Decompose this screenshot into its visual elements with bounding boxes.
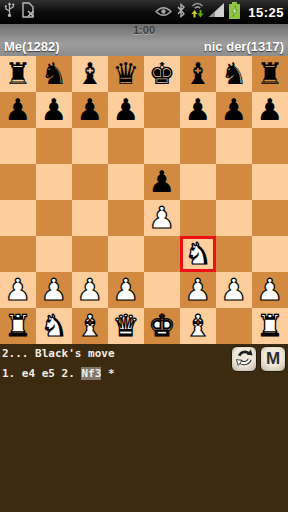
square-b3[interactable] [36,236,72,272]
black-piece-p-a7: ♟ [5,92,32,128]
white-piece-n-f3: ♞ [185,236,212,272]
square-f7[interactable]: ♟ [180,92,216,128]
white-piece-r-a1: ♜ [5,308,32,344]
black-piece-p-c7: ♟ [77,92,104,128]
android-status-bar: 15:25 [0,0,288,24]
bottom-panel: 2... Black's move M 1. e4 e5 2. Nf3 * [0,344,288,512]
black-piece-k-e8: ♚ [149,56,176,92]
game-clock: 1:00 [0,24,288,36]
square-c6[interactable] [72,128,108,164]
white-piece-p-b2: ♟ [41,272,68,308]
white-piece-k-e1: ♚ [149,308,176,344]
square-f4[interactable] [180,200,216,236]
square-h2[interactable]: ♟ [252,272,288,308]
move-text[interactable]: 1. e4 e5 2. [2,367,81,380]
white-piece-p-e4: ♟ [149,200,176,236]
square-d3[interactable] [108,236,144,272]
square-e3[interactable] [144,236,180,272]
square-a4[interactable] [0,200,36,236]
square-b8[interactable]: ♞ [36,56,72,92]
square-d7[interactable]: ♟ [108,92,144,128]
black-piece-p-f7: ♟ [185,92,212,128]
battery-charging-icon [228,2,241,23]
black-piece-p-h7: ♟ [257,92,284,128]
square-d2[interactable]: ♟ [108,272,144,308]
square-a7[interactable]: ♟ [0,92,36,128]
white-piece-p-f2: ♟ [185,272,212,308]
square-h6[interactable] [252,128,288,164]
white-piece-p-h2: ♟ [257,272,284,308]
square-e6[interactable] [144,128,180,164]
moves-button[interactable]: M [260,346,286,372]
square-c2[interactable]: ♟ [72,272,108,308]
square-g7[interactable]: ♟ [216,92,252,128]
black-piece-n-g8: ♞ [221,56,248,92]
white-piece-r-h1: ♜ [257,308,284,344]
black-piece-r-a8: ♜ [5,56,32,92]
black-piece-n-b8: ♞ [41,56,68,92]
square-a5[interactable] [0,164,36,200]
rotate-button[interactable] [231,346,257,372]
square-g2[interactable]: ♟ [216,272,252,308]
black-piece-b-f8: ♝ [185,56,212,92]
square-h1[interactable]: ♜ [252,308,288,344]
square-a2[interactable]: ♟ [0,272,36,308]
square-f2[interactable]: ♟ [180,272,216,308]
square-c5[interactable] [72,164,108,200]
square-b2[interactable]: ♟ [36,272,72,308]
square-a1[interactable]: ♜ [0,308,36,344]
square-d6[interactable] [108,128,144,164]
square-a3[interactable] [0,236,36,272]
square-d4[interactable] [108,200,144,236]
square-b4[interactable] [36,200,72,236]
black-piece-p-d7: ♟ [113,92,140,128]
signal-strength-icon [209,3,224,21]
square-h5[interactable] [252,164,288,200]
move-list[interactable]: 1. e4 e5 2. Nf3 * [2,367,115,380]
white-piece-b-c1: ♝ [77,308,104,344]
square-b5[interactable] [36,164,72,200]
square-g1[interactable] [216,308,252,344]
square-e7[interactable] [144,92,180,128]
square-h4[interactable] [252,200,288,236]
square-f3[interactable]: ♞ [180,236,216,272]
rotate-refresh-icon [235,348,254,371]
black-piece-p-g7: ♟ [221,92,248,128]
square-d8[interactable]: ♛ [108,56,144,92]
player-name-right: nic der(1317) [204,39,284,54]
white-piece-p-c2: ♟ [77,272,104,308]
network-traffic-icon [190,2,205,22]
phone-screen: 15:25 1:00 Me(1282) nic der(1317) ♜♞♝♛♚♝… [0,0,288,512]
panel-buttons: M [231,346,286,372]
square-b7[interactable]: ♟ [36,92,72,128]
square-c7[interactable]: ♟ [72,92,108,128]
square-e5[interactable]: ♟ [144,164,180,200]
white-piece-p-g2: ♟ [221,272,248,308]
square-h8[interactable]: ♜ [252,56,288,92]
square-f8[interactable]: ♝ [180,56,216,92]
black-piece-q-d8: ♛ [113,56,140,92]
smart-stay-eye-icon [155,3,172,21]
player-bar: 1:00 Me(1282) nic der(1317) [0,24,288,56]
square-d1[interactable]: ♛ [108,308,144,344]
square-h3[interactable] [252,236,288,272]
white-piece-b-f1: ♝ [185,308,212,344]
white-piece-q-d1: ♛ [113,308,140,344]
square-g6[interactable] [216,128,252,164]
black-piece-r-h8: ♜ [257,56,284,92]
square-f5[interactable] [180,164,216,200]
status-time: 15:25 [248,5,284,20]
black-piece-p-e5: ♟ [149,164,176,200]
white-piece-p-a2: ♟ [5,272,32,308]
square-b1[interactable]: ♞ [36,308,72,344]
selected-move[interactable]: Nf3 [81,367,101,380]
status-bar-right-icons: 15:25 [155,2,284,23]
square-b6[interactable] [36,128,72,164]
square-a8[interactable]: ♜ [0,56,36,92]
usb-icon [4,2,15,22]
status-bar-left-icons [4,2,35,22]
bluetooth-icon [176,3,186,22]
square-g4[interactable] [216,200,252,236]
square-c8[interactable]: ♝ [72,56,108,92]
square-g8[interactable]: ♞ [216,56,252,92]
square-c3[interactable] [72,236,108,272]
black-piece-b-c8: ♝ [77,56,104,92]
square-g3[interactable] [216,236,252,272]
player-name-left: Me(1282) [4,39,60,54]
square-h7[interactable]: ♟ [252,92,288,128]
square-c1[interactable]: ♝ [72,308,108,344]
square-c4[interactable] [72,200,108,236]
square-e4[interactable]: ♟ [144,200,180,236]
move-text[interactable]: * [101,367,114,380]
black-piece-p-b7: ♟ [41,92,68,128]
square-d5[interactable] [108,164,144,200]
move-status-text: 2... Black's move [2,347,115,360]
square-f1[interactable]: ♝ [180,308,216,344]
square-e2[interactable] [144,272,180,308]
square-e1[interactable]: ♚ [144,308,180,344]
square-e8[interactable]: ♚ [144,56,180,92]
no-sim-icon [21,2,35,22]
square-a6[interactable] [0,128,36,164]
white-piece-n-b1: ♞ [41,308,68,344]
square-g5[interactable] [216,164,252,200]
square-f6[interactable] [180,128,216,164]
chess-board[interactable]: ♜♞♝♛♚♝♞♜♟♟♟♟♟♟♟♟♟♞♟♟♟♟♟♟♟♜♞♝♛♚♝♜ [0,56,288,344]
white-piece-p-d2: ♟ [113,272,140,308]
